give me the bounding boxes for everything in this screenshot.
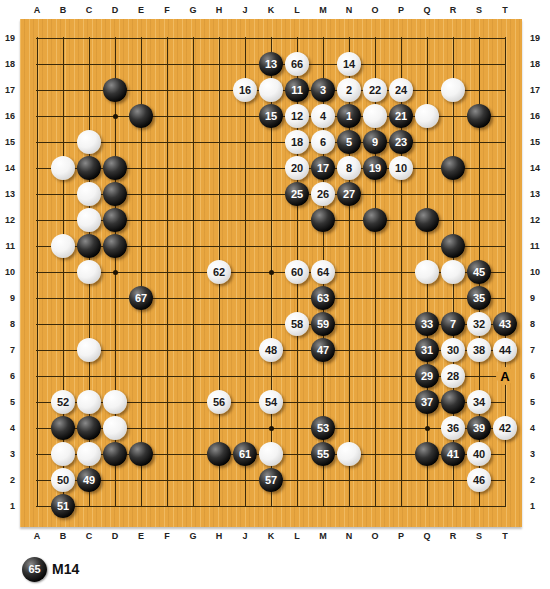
intersection-E18[interactable] <box>128 51 154 77</box>
intersection-D9[interactable] <box>102 285 128 311</box>
intersection-N7[interactable] <box>336 337 362 363</box>
intersection-R15[interactable] <box>440 129 466 155</box>
intersection-P18[interactable] <box>388 51 414 77</box>
intersection-G9[interactable] <box>180 285 206 311</box>
intersection-F6[interactable] <box>154 363 180 389</box>
intersection-Q8[interactable]: 33 <box>414 311 440 337</box>
intersection-T11[interactable] <box>492 233 518 259</box>
intersection-S11[interactable] <box>466 233 492 259</box>
intersection-Q9[interactable] <box>414 285 440 311</box>
intersection-H9[interactable] <box>206 285 232 311</box>
intersection-M15[interactable]: 6 <box>310 129 336 155</box>
intersection-R13[interactable] <box>440 181 466 207</box>
intersection-G10[interactable] <box>180 259 206 285</box>
intersection-F4[interactable] <box>154 415 180 441</box>
intersection-L4[interactable] <box>284 415 310 441</box>
intersection-C10[interactable] <box>76 259 102 285</box>
intersection-O3[interactable] <box>362 441 388 467</box>
intersection-K9[interactable] <box>258 285 284 311</box>
intersection-T10[interactable] <box>492 259 518 285</box>
intersection-C5[interactable] <box>76 389 102 415</box>
intersection-N1[interactable] <box>336 493 362 519</box>
intersection-E17[interactable] <box>128 77 154 103</box>
intersection-E3[interactable] <box>128 441 154 467</box>
intersection-J4[interactable] <box>232 415 258 441</box>
intersection-T18[interactable] <box>492 51 518 77</box>
intersection-F18[interactable] <box>154 51 180 77</box>
intersection-S8[interactable]: 32 <box>466 311 492 337</box>
intersection-Q7[interactable]: 31 <box>414 337 440 363</box>
intersection-G6[interactable] <box>180 363 206 389</box>
intersection-O4[interactable] <box>362 415 388 441</box>
intersection-C19[interactable] <box>76 25 102 51</box>
intersection-H15[interactable] <box>206 129 232 155</box>
intersection-E5[interactable] <box>128 389 154 415</box>
intersection-L19[interactable] <box>284 25 310 51</box>
intersection-M4[interactable]: 53 <box>310 415 336 441</box>
intersection-F9[interactable] <box>154 285 180 311</box>
intersection-H4[interactable] <box>206 415 232 441</box>
intersection-R11[interactable] <box>440 233 466 259</box>
intersection-D6[interactable] <box>102 363 128 389</box>
intersection-M17[interactable]: 3 <box>310 77 336 103</box>
intersection-E12[interactable] <box>128 207 154 233</box>
intersection-G17[interactable] <box>180 77 206 103</box>
intersection-G11[interactable] <box>180 233 206 259</box>
intersection-Q15[interactable] <box>414 129 440 155</box>
intersection-E10[interactable] <box>128 259 154 285</box>
intersection-R8[interactable]: 7 <box>440 311 466 337</box>
intersection-F16[interactable] <box>154 103 180 129</box>
intersection-P16[interactable]: 21 <box>388 103 414 129</box>
intersection-C14[interactable] <box>76 155 102 181</box>
intersection-F12[interactable] <box>154 207 180 233</box>
intersection-E14[interactable] <box>128 155 154 181</box>
intersection-P5[interactable] <box>388 389 414 415</box>
intersection-D19[interactable] <box>102 25 128 51</box>
intersection-O18[interactable] <box>362 51 388 77</box>
intersection-B7[interactable] <box>50 337 76 363</box>
intersection-O12[interactable] <box>362 207 388 233</box>
intersection-B6[interactable] <box>50 363 76 389</box>
intersection-T14[interactable] <box>492 155 518 181</box>
intersection-L1[interactable] <box>284 493 310 519</box>
intersection-B5[interactable]: 52 <box>50 389 76 415</box>
intersection-S13[interactable] <box>466 181 492 207</box>
intersection-K2[interactable]: 57 <box>258 467 284 493</box>
intersection-C18[interactable] <box>76 51 102 77</box>
intersection-M9[interactable]: 63 <box>310 285 336 311</box>
intersection-N6[interactable] <box>336 363 362 389</box>
intersection-H7[interactable] <box>206 337 232 363</box>
intersection-A3[interactable] <box>24 441 50 467</box>
intersection-L8[interactable]: 58 <box>284 311 310 337</box>
intersection-P10[interactable] <box>388 259 414 285</box>
intersection-P19[interactable] <box>388 25 414 51</box>
intersection-T17[interactable] <box>492 77 518 103</box>
intersection-O10[interactable] <box>362 259 388 285</box>
intersection-N2[interactable] <box>336 467 362 493</box>
intersection-P12[interactable] <box>388 207 414 233</box>
intersection-S14[interactable] <box>466 155 492 181</box>
intersection-N10[interactable] <box>336 259 362 285</box>
intersection-Q16[interactable] <box>414 103 440 129</box>
intersection-T8[interactable]: 43 <box>492 311 518 337</box>
intersection-M10[interactable]: 64 <box>310 259 336 285</box>
intersection-O6[interactable] <box>362 363 388 389</box>
intersection-H5[interactable]: 56 <box>206 389 232 415</box>
intersection-P14[interactable]: 10 <box>388 155 414 181</box>
intersection-S18[interactable] <box>466 51 492 77</box>
intersection-A13[interactable] <box>24 181 50 207</box>
intersection-E8[interactable] <box>128 311 154 337</box>
intersection-L6[interactable] <box>284 363 310 389</box>
intersection-K11[interactable] <box>258 233 284 259</box>
intersection-O13[interactable] <box>362 181 388 207</box>
intersection-B19[interactable] <box>50 25 76 51</box>
intersection-S5[interactable]: 34 <box>466 389 492 415</box>
intersection-J15[interactable] <box>232 129 258 155</box>
intersection-M3[interactable]: 55 <box>310 441 336 467</box>
intersection-L16[interactable]: 12 <box>284 103 310 129</box>
intersection-G7[interactable] <box>180 337 206 363</box>
intersection-C15[interactable] <box>76 129 102 155</box>
intersection-J5[interactable] <box>232 389 258 415</box>
intersection-L3[interactable] <box>284 441 310 467</box>
intersection-N17[interactable]: 2 <box>336 77 362 103</box>
intersection-D10[interactable] <box>102 259 128 285</box>
intersection-B18[interactable] <box>50 51 76 77</box>
intersection-K12[interactable] <box>258 207 284 233</box>
intersection-T6[interactable]: A <box>492 363 518 389</box>
intersection-F1[interactable] <box>154 493 180 519</box>
intersection-G1[interactable] <box>180 493 206 519</box>
intersection-T9[interactable] <box>492 285 518 311</box>
intersection-A8[interactable] <box>24 311 50 337</box>
intersection-E2[interactable] <box>128 467 154 493</box>
intersection-C17[interactable] <box>76 77 102 103</box>
intersection-H8[interactable] <box>206 311 232 337</box>
intersection-K19[interactable] <box>258 25 284 51</box>
intersection-L12[interactable] <box>284 207 310 233</box>
intersection-S19[interactable] <box>466 25 492 51</box>
intersection-D15[interactable] <box>102 129 128 155</box>
intersection-Q17[interactable] <box>414 77 440 103</box>
intersection-M1[interactable] <box>310 493 336 519</box>
intersection-R3[interactable]: 41 <box>440 441 466 467</box>
intersection-M2[interactable] <box>310 467 336 493</box>
intersection-O15[interactable]: 9 <box>362 129 388 155</box>
intersection-T3[interactable] <box>492 441 518 467</box>
intersection-H6[interactable] <box>206 363 232 389</box>
intersection-M7[interactable]: 47 <box>310 337 336 363</box>
intersection-P9[interactable] <box>388 285 414 311</box>
intersection-H10[interactable]: 62 <box>206 259 232 285</box>
intersection-K1[interactable] <box>258 493 284 519</box>
intersection-J13[interactable] <box>232 181 258 207</box>
intersection-P6[interactable] <box>388 363 414 389</box>
intersection-J16[interactable] <box>232 103 258 129</box>
intersection-C8[interactable] <box>76 311 102 337</box>
intersection-R9[interactable] <box>440 285 466 311</box>
intersection-A10[interactable] <box>24 259 50 285</box>
intersection-N12[interactable] <box>336 207 362 233</box>
intersection-P2[interactable] <box>388 467 414 493</box>
intersection-F14[interactable] <box>154 155 180 181</box>
intersection-S4[interactable]: 39 <box>466 415 492 441</box>
intersection-A16[interactable] <box>24 103 50 129</box>
intersection-P13[interactable] <box>388 181 414 207</box>
intersection-K6[interactable] <box>258 363 284 389</box>
intersection-S9[interactable]: 35 <box>466 285 492 311</box>
intersection-T2[interactable] <box>492 467 518 493</box>
intersection-D7[interactable] <box>102 337 128 363</box>
intersection-J10[interactable] <box>232 259 258 285</box>
intersection-F15[interactable] <box>154 129 180 155</box>
intersection-F11[interactable] <box>154 233 180 259</box>
intersection-H2[interactable] <box>206 467 232 493</box>
intersection-N19[interactable] <box>336 25 362 51</box>
intersection-G3[interactable] <box>180 441 206 467</box>
intersection-R2[interactable] <box>440 467 466 493</box>
intersection-B1[interactable]: 51 <box>50 493 76 519</box>
intersection-N5[interactable] <box>336 389 362 415</box>
intersection-D11[interactable] <box>102 233 128 259</box>
intersection-J6[interactable] <box>232 363 258 389</box>
intersection-C6[interactable] <box>76 363 102 389</box>
intersection-L9[interactable] <box>284 285 310 311</box>
intersection-H14[interactable] <box>206 155 232 181</box>
intersection-F7[interactable] <box>154 337 180 363</box>
intersection-R4[interactable]: 36 <box>440 415 466 441</box>
intersection-G4[interactable] <box>180 415 206 441</box>
intersection-M13[interactable]: 26 <box>310 181 336 207</box>
intersection-A6[interactable] <box>24 363 50 389</box>
intersection-K8[interactable] <box>258 311 284 337</box>
intersection-N13[interactable]: 27 <box>336 181 362 207</box>
intersection-R1[interactable] <box>440 493 466 519</box>
intersection-D2[interactable] <box>102 467 128 493</box>
intersection-H13[interactable] <box>206 181 232 207</box>
intersection-B13[interactable] <box>50 181 76 207</box>
intersection-P7[interactable] <box>388 337 414 363</box>
intersection-R5[interactable] <box>440 389 466 415</box>
intersection-O19[interactable] <box>362 25 388 51</box>
intersection-O9[interactable] <box>362 285 388 311</box>
intersection-S6[interactable] <box>466 363 492 389</box>
intersection-A11[interactable] <box>24 233 50 259</box>
intersection-D16[interactable] <box>102 103 128 129</box>
intersection-F8[interactable] <box>154 311 180 337</box>
intersection-D14[interactable] <box>102 155 128 181</box>
intersection-T12[interactable] <box>492 207 518 233</box>
intersection-J3[interactable]: 61 <box>232 441 258 467</box>
intersection-K10[interactable] <box>258 259 284 285</box>
intersection-C13[interactable] <box>76 181 102 207</box>
intersection-J8[interactable] <box>232 311 258 337</box>
intersection-J12[interactable] <box>232 207 258 233</box>
intersection-K17[interactable] <box>258 77 284 103</box>
intersection-A7[interactable] <box>24 337 50 363</box>
intersection-E9[interactable]: 67 <box>128 285 154 311</box>
intersection-B12[interactable] <box>50 207 76 233</box>
intersection-T13[interactable] <box>492 181 518 207</box>
intersection-D12[interactable] <box>102 207 128 233</box>
intersection-M5[interactable] <box>310 389 336 415</box>
intersection-O17[interactable]: 22 <box>362 77 388 103</box>
intersection-G13[interactable] <box>180 181 206 207</box>
intersection-E19[interactable] <box>128 25 154 51</box>
intersection-B2[interactable]: 50 <box>50 467 76 493</box>
intersection-O8[interactable] <box>362 311 388 337</box>
intersection-L15[interactable]: 18 <box>284 129 310 155</box>
intersection-Q10[interactable] <box>414 259 440 285</box>
intersection-H16[interactable] <box>206 103 232 129</box>
intersection-H3[interactable] <box>206 441 232 467</box>
intersection-B9[interactable] <box>50 285 76 311</box>
intersection-J2[interactable] <box>232 467 258 493</box>
intersection-M6[interactable] <box>310 363 336 389</box>
intersection-R17[interactable] <box>440 77 466 103</box>
intersection-L10[interactable]: 60 <box>284 259 310 285</box>
intersection-Q6[interactable]: 29 <box>414 363 440 389</box>
intersection-E16[interactable] <box>128 103 154 129</box>
intersection-H1[interactable] <box>206 493 232 519</box>
intersection-E1[interactable] <box>128 493 154 519</box>
intersection-Q11[interactable] <box>414 233 440 259</box>
intersection-N11[interactable] <box>336 233 362 259</box>
intersection-C3[interactable] <box>76 441 102 467</box>
intersection-Q18[interactable] <box>414 51 440 77</box>
intersection-D3[interactable] <box>102 441 128 467</box>
intersection-C1[interactable] <box>76 493 102 519</box>
intersection-L5[interactable] <box>284 389 310 415</box>
intersection-E15[interactable] <box>128 129 154 155</box>
intersection-N16[interactable]: 1 <box>336 103 362 129</box>
intersection-L11[interactable] <box>284 233 310 259</box>
intersection-K16[interactable]: 15 <box>258 103 284 129</box>
intersection-T19[interactable] <box>492 25 518 51</box>
intersection-A18[interactable] <box>24 51 50 77</box>
intersection-S12[interactable] <box>466 207 492 233</box>
intersection-F2[interactable] <box>154 467 180 493</box>
intersection-S17[interactable] <box>466 77 492 103</box>
intersection-O5[interactable] <box>362 389 388 415</box>
intersection-Q5[interactable]: 37 <box>414 389 440 415</box>
intersection-H17[interactable] <box>206 77 232 103</box>
intersection-N18[interactable]: 14 <box>336 51 362 77</box>
intersection-O11[interactable] <box>362 233 388 259</box>
intersection-H18[interactable] <box>206 51 232 77</box>
intersection-E13[interactable] <box>128 181 154 207</box>
intersection-Q13[interactable] <box>414 181 440 207</box>
intersection-M18[interactable] <box>310 51 336 77</box>
intersection-F19[interactable] <box>154 25 180 51</box>
intersection-A9[interactable] <box>24 285 50 311</box>
intersection-J17[interactable]: 16 <box>232 77 258 103</box>
intersection-C4[interactable] <box>76 415 102 441</box>
intersection-L7[interactable] <box>284 337 310 363</box>
intersection-M14[interactable]: 17 <box>310 155 336 181</box>
intersection-R18[interactable] <box>440 51 466 77</box>
intersection-B3[interactable] <box>50 441 76 467</box>
intersection-G5[interactable] <box>180 389 206 415</box>
intersection-K3[interactable] <box>258 441 284 467</box>
intersection-S10[interactable]: 45 <box>466 259 492 285</box>
intersection-N14[interactable]: 8 <box>336 155 362 181</box>
intersection-S16[interactable] <box>466 103 492 129</box>
intersection-P3[interactable] <box>388 441 414 467</box>
intersection-M19[interactable] <box>310 25 336 51</box>
intersection-D4[interactable] <box>102 415 128 441</box>
intersection-R6[interactable]: 28 <box>440 363 466 389</box>
intersection-F3[interactable] <box>154 441 180 467</box>
intersection-H19[interactable] <box>206 25 232 51</box>
intersection-G2[interactable] <box>180 467 206 493</box>
intersection-B16[interactable] <box>50 103 76 129</box>
intersection-K7[interactable]: 48 <box>258 337 284 363</box>
intersection-H12[interactable] <box>206 207 232 233</box>
intersection-D17[interactable] <box>102 77 128 103</box>
intersection-T4[interactable]: 42 <box>492 415 518 441</box>
intersection-R14[interactable] <box>440 155 466 181</box>
intersection-D1[interactable] <box>102 493 128 519</box>
intersection-J14[interactable] <box>232 155 258 181</box>
intersection-P17[interactable]: 24 <box>388 77 414 103</box>
intersection-O2[interactable] <box>362 467 388 493</box>
intersection-D8[interactable] <box>102 311 128 337</box>
intersection-A19[interactable] <box>24 25 50 51</box>
intersection-J11[interactable] <box>232 233 258 259</box>
intersection-P15[interactable]: 23 <box>388 129 414 155</box>
intersection-E4[interactable] <box>128 415 154 441</box>
intersection-A14[interactable] <box>24 155 50 181</box>
intersection-P11[interactable] <box>388 233 414 259</box>
intersection-T5[interactable] <box>492 389 518 415</box>
intersection-K5[interactable]: 54 <box>258 389 284 415</box>
intersection-D18[interactable] <box>102 51 128 77</box>
intersection-S1[interactable] <box>466 493 492 519</box>
intersection-Q4[interactable] <box>414 415 440 441</box>
intersection-T7[interactable]: 44 <box>492 337 518 363</box>
intersection-C16[interactable] <box>76 103 102 129</box>
intersection-A17[interactable] <box>24 77 50 103</box>
intersection-Q12[interactable] <box>414 207 440 233</box>
intersection-A15[interactable] <box>24 129 50 155</box>
intersection-A5[interactable] <box>24 389 50 415</box>
intersection-B4[interactable] <box>50 415 76 441</box>
intersection-B15[interactable] <box>50 129 76 155</box>
intersection-M12[interactable] <box>310 207 336 233</box>
intersection-P4[interactable] <box>388 415 414 441</box>
intersection-R16[interactable] <box>440 103 466 129</box>
intersection-M11[interactable] <box>310 233 336 259</box>
intersection-N9[interactable] <box>336 285 362 311</box>
intersection-G8[interactable] <box>180 311 206 337</box>
intersection-G15[interactable] <box>180 129 206 155</box>
intersection-D5[interactable] <box>102 389 128 415</box>
intersection-K4[interactable] <box>258 415 284 441</box>
intersection-G19[interactable] <box>180 25 206 51</box>
intersection-E6[interactable] <box>128 363 154 389</box>
intersection-F10[interactable] <box>154 259 180 285</box>
intersection-L2[interactable] <box>284 467 310 493</box>
intersection-Q2[interactable] <box>414 467 440 493</box>
intersection-C9[interactable] <box>76 285 102 311</box>
intersection-G18[interactable] <box>180 51 206 77</box>
intersection-Q19[interactable] <box>414 25 440 51</box>
intersection-R10[interactable] <box>440 259 466 285</box>
